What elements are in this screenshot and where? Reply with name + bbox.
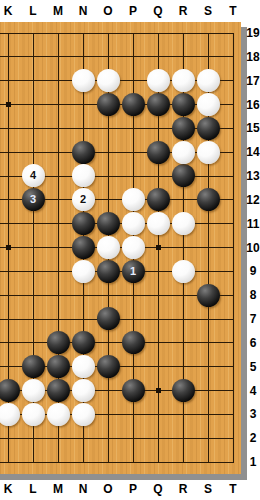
stone-white-R14[interactable] — [172, 141, 195, 164]
col-label-top-T: T — [229, 4, 236, 18]
grid-hline-19 — [0, 33, 234, 34]
stone-white-Q11[interactable] — [147, 212, 170, 235]
stone-white-R11[interactable] — [172, 212, 195, 235]
stone-white-N12[interactable]: 2 — [72, 188, 95, 211]
col-label-top-S: S — [204, 4, 212, 18]
stone-black-R15[interactable] — [172, 117, 195, 140]
move-number-2: 2 — [72, 188, 95, 211]
row-label-17: 17 — [246, 74, 260, 88]
stone-white-N3[interactable] — [72, 403, 95, 426]
col-label-bottom-K: K — [4, 482, 13, 496]
row-label-18: 18 — [246, 50, 260, 64]
row-label-13: 13 — [246, 169, 260, 183]
row-label-11: 11 — [246, 217, 260, 231]
stone-black-N14[interactable] — [72, 141, 95, 164]
col-label-bottom-T: T — [229, 482, 236, 496]
stone-white-N17[interactable] — [72, 69, 95, 92]
col-label-top-P: P — [129, 4, 137, 18]
stone-black-O5[interactable] — [97, 355, 120, 378]
stone-white-O10[interactable] — [97, 236, 120, 259]
go-board-panel: 3142KLMNOPQRSTKLMNOPQRST1918171615141312… — [0, 0, 260, 500]
stone-white-L4[interactable] — [22, 379, 45, 402]
stone-white-O17[interactable] — [97, 69, 120, 92]
stone-black-S12[interactable] — [197, 188, 220, 211]
col-label-bottom-R: R — [179, 482, 188, 496]
stone-white-M3[interactable] — [47, 403, 70, 426]
stone-black-N6[interactable] — [72, 331, 95, 354]
stone-white-S16[interactable] — [197, 93, 220, 116]
stone-black-R13[interactable] — [172, 164, 195, 187]
stone-white-N5[interactable] — [72, 355, 95, 378]
stone-black-O7[interactable] — [97, 307, 120, 330]
col-label-bottom-L: L — [29, 482, 36, 496]
stone-white-S17[interactable] — [197, 69, 220, 92]
row-label-12: 12 — [246, 193, 260, 207]
stone-white-N9[interactable] — [72, 260, 95, 283]
col-label-top-L: L — [29, 4, 36, 18]
col-label-top-Q: Q — [153, 4, 162, 18]
col-label-bottom-Q: Q — [153, 482, 162, 496]
stone-black-R4[interactable] — [172, 379, 195, 402]
stone-black-Q14[interactable] — [147, 141, 170, 164]
stone-black-M4[interactable] — [47, 379, 70, 402]
stone-black-Q16[interactable] — [147, 93, 170, 116]
col-label-top-M: M — [53, 4, 63, 18]
grid-hline-1 — [0, 462, 234, 463]
stone-black-L12[interactable]: 3 — [22, 188, 45, 211]
col-label-bottom-O: O — [103, 482, 112, 496]
stone-white-P12[interactable] — [122, 188, 145, 211]
stone-black-O16[interactable] — [97, 93, 120, 116]
grid-hline-18 — [0, 56, 234, 57]
move-number-3: 3 — [22, 188, 45, 211]
col-label-bottom-M: M — [53, 482, 63, 496]
row-label-8: 8 — [246, 288, 260, 302]
stone-white-R17[interactable] — [172, 69, 195, 92]
row-label-6: 6 — [246, 336, 260, 350]
grid-hline-2 — [0, 438, 234, 439]
stone-black-O11[interactable] — [97, 212, 120, 235]
move-number-4: 4 — [22, 164, 45, 187]
star-point-K10 — [6, 245, 11, 250]
col-label-bottom-N: N — [79, 482, 88, 496]
stone-black-P4[interactable] — [122, 379, 145, 402]
stone-white-L13[interactable]: 4 — [22, 164, 45, 187]
col-label-top-N: N — [79, 4, 88, 18]
star-point-Q4 — [156, 388, 161, 393]
row-label-7: 7 — [246, 312, 260, 326]
stone-white-P10[interactable] — [122, 236, 145, 259]
row-label-19: 19 — [246, 26, 260, 40]
stone-white-P11[interactable] — [122, 212, 145, 235]
row-label-9: 9 — [246, 264, 260, 278]
stone-black-P6[interactable] — [122, 331, 145, 354]
stone-black-K4[interactable] — [0, 379, 20, 402]
row-label-10: 10 — [246, 241, 260, 255]
stone-white-S14[interactable] — [197, 141, 220, 164]
stone-black-P9[interactable]: 1 — [122, 260, 145, 283]
row-label-14: 14 — [246, 145, 260, 159]
col-label-bottom-P: P — [129, 482, 137, 496]
star-point-Q10 — [156, 245, 161, 250]
col-label-top-K: K — [4, 4, 13, 18]
grid-hline-6 — [0, 342, 234, 343]
row-label-5: 5 — [246, 360, 260, 374]
stone-black-L5[interactable] — [22, 355, 45, 378]
row-label-3: 3 — [246, 407, 260, 421]
col-label-top-O: O — [103, 4, 112, 18]
stone-black-M6[interactable] — [47, 331, 70, 354]
row-label-4: 4 — [246, 384, 260, 398]
stone-white-Q17[interactable] — [147, 69, 170, 92]
stone-black-R16[interactable] — [172, 93, 195, 116]
stone-black-M5[interactable] — [47, 355, 70, 378]
stone-white-R9[interactable] — [172, 260, 195, 283]
stone-black-N11[interactable] — [72, 212, 95, 235]
grid-vline-T — [233, 33, 234, 463]
stone-white-L3[interactable] — [22, 403, 45, 426]
col-label-bottom-S: S — [204, 482, 212, 496]
star-point-K16 — [6, 102, 11, 107]
row-label-2: 2 — [246, 431, 260, 445]
stone-black-N10[interactable] — [72, 236, 95, 259]
row-label-15: 15 — [246, 121, 260, 135]
stone-white-N4[interactable] — [72, 379, 95, 402]
stone-white-K3[interactable] — [0, 403, 20, 426]
move-number-1: 1 — [122, 260, 145, 283]
stone-black-Q12[interactable] — [147, 188, 170, 211]
row-label-1: 1 — [246, 455, 260, 469]
col-label-top-R: R — [179, 4, 188, 18]
stone-black-S15[interactable] — [197, 117, 220, 140]
stone-white-N13[interactable] — [72, 164, 95, 187]
stone-black-O9[interactable] — [97, 260, 120, 283]
row-label-16: 16 — [246, 98, 260, 112]
stone-black-S8[interactable] — [197, 284, 220, 307]
stone-black-P16[interactable] — [122, 93, 145, 116]
board-shadow-bottom — [0, 474, 247, 480]
